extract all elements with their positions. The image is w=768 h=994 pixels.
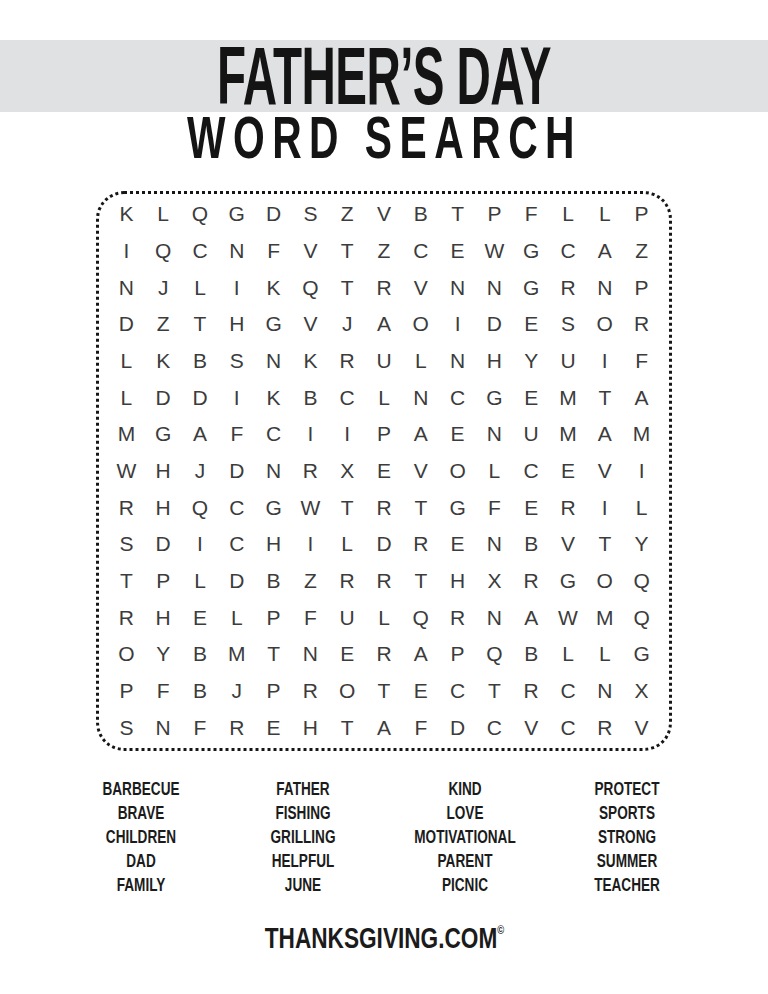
grid-cell-b12: H (145, 599, 182, 636)
grid-cell-c3: L (182, 269, 219, 306)
grid-cell-h9: R (366, 489, 403, 526)
grid-cell-b5: K (145, 343, 182, 380)
grid-cell-l5: Y (513, 343, 550, 380)
grid-cell-h12: L (366, 599, 403, 636)
grid-cell-m4: S (550, 306, 587, 343)
grid-cell-o6: A (623, 379, 660, 416)
grid-cell-j11: H (439, 563, 476, 600)
grid-cell-l4: E (513, 306, 550, 343)
grid-cell-m12: W (550, 599, 587, 636)
grid-cell-d14: J (218, 673, 255, 710)
grid-cell-j1: T (439, 196, 476, 233)
grid-cell-o5: F (623, 343, 660, 380)
grid-cell-m6: M (550, 379, 587, 416)
grid-cell-a12: R (108, 599, 145, 636)
grid-cell-j5: N (439, 343, 476, 380)
grid-cell-l13: B (513, 636, 550, 673)
grid-cell-a3: N (108, 269, 145, 306)
grid-cell-l2: G (513, 233, 550, 270)
grid-cell-i4: O (402, 306, 439, 343)
grid-cell-k11: X (476, 563, 513, 600)
word-column-4: PROTECTSPORTSSTRONGSUMMERTEACHER (546, 778, 708, 898)
word-item: FAMILY (76, 873, 206, 898)
grid-cell-k1: P (476, 196, 513, 233)
grid-cell-b9: H (145, 489, 182, 526)
grid-cell-g9: T (329, 489, 366, 526)
grid-cell-l15: V (513, 709, 550, 746)
grid-cell-o11: Q (623, 563, 660, 600)
grid-cell-o1: P (623, 196, 660, 233)
grid-cell-l10: B (513, 526, 550, 563)
grid-cell-g11: R (329, 563, 366, 600)
grid-cell-h5: U (366, 343, 403, 380)
grid-cell-m11: G (550, 563, 587, 600)
grid-cell-j8: O (439, 453, 476, 490)
grid-cell-h15: A (366, 709, 403, 746)
grid-cell-e1: D (255, 196, 292, 233)
grid-cell-m3: R (550, 269, 587, 306)
word-item: LOVE (400, 801, 530, 826)
grid-cell-m10: V (550, 526, 587, 563)
grid-cell-f14: R (292, 673, 329, 710)
grid-cell-l9: E (513, 489, 550, 526)
page-title: FATHER’S DAY (217, 40, 551, 112)
grid-cell-i13: A (402, 636, 439, 673)
grid-cell-i14: E (402, 673, 439, 710)
grid-cell-l12: A (513, 599, 550, 636)
grid-cell-k4: D (476, 306, 513, 343)
grid-cell-l1: F (513, 196, 550, 233)
grid-cell-f4: V (292, 306, 329, 343)
grid-cell-o8: I (623, 453, 660, 490)
grid-cell-f6: B (292, 379, 329, 416)
grid-cell-i3: V (402, 269, 439, 306)
grid-cell-c13: B (182, 636, 219, 673)
grid-cell-e4: G (255, 306, 292, 343)
word-item: KIND (400, 777, 530, 802)
grid-cell-j10: E (439, 526, 476, 563)
grid-cell-j6: C (439, 379, 476, 416)
grid-cell-n13: L (586, 636, 623, 673)
grid-cell-l7: U (513, 416, 550, 453)
grid-cell-d11: D (218, 563, 255, 600)
grid-cell-c2: C (182, 233, 219, 270)
grid-cell-b13: Y (145, 636, 182, 673)
grid-cell-j3: N (439, 269, 476, 306)
grid-cell-o12: Q (623, 599, 660, 636)
page-subtitle: WORD SEARCH (186, 110, 581, 166)
grid-cell-n15: R (586, 709, 623, 746)
grid-cell-k9: F (476, 489, 513, 526)
grid-cell-g7: I (329, 416, 366, 453)
grid-cell-g15: T (329, 709, 366, 746)
word-item: DAD (76, 849, 206, 874)
grid-cell-k5: H (476, 343, 513, 380)
grid-cell-i5: L (402, 343, 439, 380)
grid-cell-f15: H (292, 709, 329, 746)
grid-cell-c5: B (182, 343, 219, 380)
word-column-3: KINDLOVEMOTIVATIONALPARENTPICNIC (384, 778, 546, 898)
grid-cell-e5: N (255, 343, 292, 380)
grid-cell-d6: I (218, 379, 255, 416)
grid-cell-n1: L (586, 196, 623, 233)
grid-cell-g4: J (329, 306, 366, 343)
grid-cell-a4: D (108, 306, 145, 343)
grid-cell-j15: D (439, 709, 476, 746)
word-item: HELPFUL (238, 849, 368, 874)
grid-cell-m5: U (550, 343, 587, 380)
grid-cell-f5: K (292, 343, 329, 380)
grid-cell-e15: E (255, 709, 292, 746)
grid-cell-b8: H (145, 453, 182, 490)
grid-cell-o10: Y (623, 526, 660, 563)
grid-cell-h4: A (366, 306, 403, 343)
grid-cell-n10: T (586, 526, 623, 563)
grid-cell-e14: P (255, 673, 292, 710)
grid-cell-i12: Q (402, 599, 439, 636)
grid-cell-e3: K (255, 269, 292, 306)
grid-cell-h3: R (366, 269, 403, 306)
grid-cell-k3: N (476, 269, 513, 306)
grid-cell-m14: C (550, 673, 587, 710)
grid-cell-b4: Z (145, 306, 182, 343)
grid-cell-k10: N (476, 526, 513, 563)
grid-cell-m1: L (550, 196, 587, 233)
grid-cell-d2: N (218, 233, 255, 270)
grid-cell-i8: V (402, 453, 439, 490)
grid-cell-l8: C (513, 453, 550, 490)
grid-cell-f7: I (292, 416, 329, 453)
grid-cell-l3: G (513, 269, 550, 306)
grid-cell-k8: L (476, 453, 513, 490)
grid-cell-c10: I (182, 526, 219, 563)
grid-cell-f3: Q (292, 269, 329, 306)
grid-cell-a6: L (108, 379, 145, 416)
grid-cell-l14: R (513, 673, 550, 710)
footer: THANKSGIVING.COM© (0, 922, 768, 955)
grid-cell-i2: C (402, 233, 439, 270)
grid-cell-f12: F (292, 599, 329, 636)
grid-cell-n14: N (586, 673, 623, 710)
grid-cell-c14: B (182, 673, 219, 710)
grid-cell-h13: R (366, 636, 403, 673)
grid-cell-e7: C (255, 416, 292, 453)
grid-cell-o14: X (623, 673, 660, 710)
word-item: MOTIVATIONAL (400, 825, 530, 850)
grid-cell-e9: G (255, 489, 292, 526)
grid-cell-h6: L (366, 379, 403, 416)
grid-cell-d12: L (218, 599, 255, 636)
grid-cell-f13: N (292, 636, 329, 673)
grid-cell-m8: E (550, 453, 587, 490)
grid-cell-e8: N (255, 453, 292, 490)
grid-cell-i6: N (402, 379, 439, 416)
grid-cell-h14: T (366, 673, 403, 710)
grid-cell-h11: R (366, 563, 403, 600)
grid-cell-g6: C (329, 379, 366, 416)
grid-cell-o7: M (623, 416, 660, 453)
word-item: PROTECT (562, 777, 692, 802)
grid-cell-e2: F (255, 233, 292, 270)
grid-cell-n3: N (586, 269, 623, 306)
grid-cell-c11: L (182, 563, 219, 600)
grid-cell-c4: T (182, 306, 219, 343)
grid-cell-f1: S (292, 196, 329, 233)
grid-cell-i10: R (402, 526, 439, 563)
grid-cell-n4: O (586, 306, 623, 343)
word-item: SPORTS (562, 801, 692, 826)
grid-cell-b1: L (145, 196, 182, 233)
grid-cell-n7: A (586, 416, 623, 453)
grid-cell-j2: E (439, 233, 476, 270)
word-item: BARBECUE (76, 777, 206, 802)
grid-cell-g8: X (329, 453, 366, 490)
grid-cell-i7: A (402, 416, 439, 453)
word-item: BRAVE (76, 801, 206, 826)
grid-cell-g13: E (329, 636, 366, 673)
grid-cell-b2: Q (145, 233, 182, 270)
grid-cell-f8: R (292, 453, 329, 490)
word-item: CHILDREN (76, 825, 206, 850)
grid-cell-c6: D (182, 379, 219, 416)
word-item: FISHING (238, 801, 368, 826)
grid-cell-c15: F (182, 709, 219, 746)
grid-cell-o15: V (623, 709, 660, 746)
grid-cell-m15: C (550, 709, 587, 746)
word-list: BARBECUEBRAVECHILDRENDADFAMILYFATHERFISH… (60, 778, 708, 898)
grid-cell-o9: L (623, 489, 660, 526)
grid-cell-j4: I (439, 306, 476, 343)
grid-cell-m7: M (550, 416, 587, 453)
grid-cell-o13: G (623, 636, 660, 673)
grid-cell-b15: N (145, 709, 182, 746)
grid-cell-d4: H (218, 306, 255, 343)
word-item: STRONG (562, 825, 692, 850)
grid-cell-a13: O (108, 636, 145, 673)
grid-cell-g3: T (329, 269, 366, 306)
letter-grid: KLQGDSZVBTPFLLPIQCNFVTZCEWGCAZNJLIKQTRVN… (108, 196, 660, 746)
title-banner: FATHER’S DAY (0, 40, 768, 112)
grid-cell-l6: E (513, 379, 550, 416)
grid-cell-b11: P (145, 563, 182, 600)
grid-cell-n6: T (586, 379, 623, 416)
word-item: TEACHER (562, 873, 692, 898)
grid-cell-a15: S (108, 709, 145, 746)
word-column-2: FATHERFISHINGGRILLINGHELPFULJUNE (222, 778, 384, 898)
grid-cell-n2: A (586, 233, 623, 270)
grid-cell-j7: E (439, 416, 476, 453)
puzzle-board: KLQGDSZVBTPFLLPIQCNFVTZCEWGCAZNJLIKQTRVN… (96, 191, 672, 751)
grid-cell-a7: M (108, 416, 145, 453)
grid-cell-c8: J (182, 453, 219, 490)
grid-cell-d9: C (218, 489, 255, 526)
grid-cell-h7: P (366, 416, 403, 453)
grid-cell-e6: K (255, 379, 292, 416)
grid-cell-f11: Z (292, 563, 329, 600)
grid-cell-l11: R (513, 563, 550, 600)
grid-cell-m2: C (550, 233, 587, 270)
grid-cell-h10: D (366, 526, 403, 563)
grid-cell-f2: V (292, 233, 329, 270)
grid-cell-i1: B (402, 196, 439, 233)
grid-cell-h2: Z (366, 233, 403, 270)
word-item: JUNE (238, 873, 368, 898)
grid-cell-b6: D (145, 379, 182, 416)
grid-cell-d8: D (218, 453, 255, 490)
grid-cell-d15: R (218, 709, 255, 746)
grid-cell-k7: N (476, 416, 513, 453)
grid-cell-c12: E (182, 599, 219, 636)
grid-cell-h1: V (366, 196, 403, 233)
grid-cell-k12: N (476, 599, 513, 636)
grid-cell-n12: M (586, 599, 623, 636)
grid-cell-j9: G (439, 489, 476, 526)
grid-cell-e11: B (255, 563, 292, 600)
grid-cell-m9: R (550, 489, 587, 526)
footer-brand: THANKSGIVING.COM© (264, 922, 503, 955)
grid-cell-j12: R (439, 599, 476, 636)
grid-cell-g2: T (329, 233, 366, 270)
grid-cell-f9: W (292, 489, 329, 526)
grid-cell-g5: R (329, 343, 366, 380)
grid-cell-e12: P (255, 599, 292, 636)
grid-cell-d10: C (218, 526, 255, 563)
grid-cell-i11: T (402, 563, 439, 600)
grid-cell-a1: K (108, 196, 145, 233)
grid-cell-d7: F (218, 416, 255, 453)
grid-cell-a2: I (108, 233, 145, 270)
grid-cell-g10: L (329, 526, 366, 563)
grid-cell-n8: V (586, 453, 623, 490)
grid-cell-b3: J (145, 269, 182, 306)
grid-cell-a10: S (108, 526, 145, 563)
grid-cell-o2: Z (623, 233, 660, 270)
grid-cell-b10: D (145, 526, 182, 563)
grid-cell-a8: W (108, 453, 145, 490)
copyright-symbol: © (497, 923, 504, 937)
grid-cell-n5: I (586, 343, 623, 380)
grid-cell-i15: F (402, 709, 439, 746)
grid-cell-d1: G (218, 196, 255, 233)
grid-cell-h8: E (366, 453, 403, 490)
grid-cell-o3: P (623, 269, 660, 306)
word-item: FATHER (238, 777, 368, 802)
grid-cell-a11: T (108, 563, 145, 600)
grid-cell-e13: T (255, 636, 292, 673)
grid-cell-f10: I (292, 526, 329, 563)
grid-cell-a14: P (108, 673, 145, 710)
grid-cell-k13: Q (476, 636, 513, 673)
grid-cell-g14: O (329, 673, 366, 710)
word-item: SUMMER (562, 849, 692, 874)
grid-cell-o4: R (623, 306, 660, 343)
word-item: PARENT (400, 849, 530, 874)
grid-cell-b14: F (145, 673, 182, 710)
grid-cell-c9: Q (182, 489, 219, 526)
grid-cell-k2: W (476, 233, 513, 270)
word-column-1: BARBECUEBRAVECHILDRENDADFAMILY (60, 778, 222, 898)
footer-brand-text: THANKSGIVING.COM (264, 922, 496, 954)
grid-cell-c1: Q (182, 196, 219, 233)
subtitle-row: WORD SEARCH (0, 110, 768, 166)
word-item: PICNIC (400, 873, 530, 898)
grid-cell-n9: I (586, 489, 623, 526)
grid-cell-k15: C (476, 709, 513, 746)
grid-cell-k14: T (476, 673, 513, 710)
grid-cell-n11: O (586, 563, 623, 600)
grid-cell-c7: A (182, 416, 219, 453)
grid-cell-d13: M (218, 636, 255, 673)
grid-cell-i9: T (402, 489, 439, 526)
grid-cell-a5: L (108, 343, 145, 380)
grid-cell-k6: G (476, 379, 513, 416)
grid-cell-a9: R (108, 489, 145, 526)
word-item: GRILLING (238, 825, 368, 850)
grid-cell-d3: I (218, 269, 255, 306)
grid-cell-d5: S (218, 343, 255, 380)
grid-cell-j14: C (439, 673, 476, 710)
grid-cell-g1: Z (329, 196, 366, 233)
grid-cell-b7: G (145, 416, 182, 453)
grid-cell-g12: U (329, 599, 366, 636)
grid-cell-e10: H (255, 526, 292, 563)
grid-cell-m13: L (550, 636, 587, 673)
grid-cell-j13: P (439, 636, 476, 673)
